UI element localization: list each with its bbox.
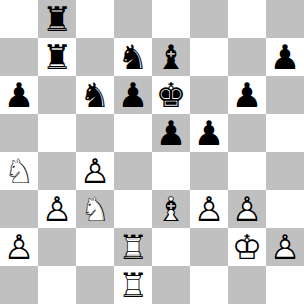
square-e1[interactable] (152, 266, 190, 304)
square-h2[interactable]: ♟♙ (266, 228, 304, 266)
square-g4[interactable] (228, 152, 266, 190)
square-h3[interactable] (266, 190, 304, 228)
square-g7[interactable] (228, 38, 266, 76)
black-knight[interactable]: ♞ (76, 76, 114, 114)
square-b8[interactable]: ♜ (38, 0, 76, 38)
white-bishop[interactable]: ♗ (152, 190, 190, 228)
square-a2[interactable]: ♟♙ (0, 228, 38, 266)
square-c4[interactable]: ♟♙ (76, 152, 114, 190)
square-d8[interactable] (114, 0, 152, 38)
black-rook[interactable]: ♜ (38, 0, 76, 38)
square-f4[interactable] (190, 152, 228, 190)
white-pawn[interactable]: ♙ (38, 190, 76, 228)
square-f2[interactable] (190, 228, 228, 266)
square-e3[interactable]: ♝♗ (152, 190, 190, 228)
square-g3[interactable]: ♟♙ (228, 190, 266, 228)
chess-board: ♜♜♞♝♟♟♞♟♚♟♟♟♞♘♟♙♟♙♞♘♝♗♟♙♟♙♟♙♜♖♚♔♟♙♜♖ (0, 0, 304, 304)
square-f7[interactable] (190, 38, 228, 76)
white-pawn[interactable]: ♙ (266, 228, 304, 266)
black-king[interactable]: ♚ (152, 76, 190, 114)
black-bishop[interactable]: ♝ (152, 38, 190, 76)
square-b6[interactable] (38, 76, 76, 114)
white-pawn[interactable]: ♙ (228, 190, 266, 228)
square-c8[interactable] (76, 0, 114, 38)
square-b4[interactable] (38, 152, 76, 190)
black-rook[interactable]: ♜ (38, 38, 76, 76)
square-c7[interactable] (76, 38, 114, 76)
square-g1[interactable] (228, 266, 266, 304)
white-pawn[interactable]: ♙ (76, 152, 114, 190)
square-c1[interactable] (76, 266, 114, 304)
square-e8[interactable] (152, 0, 190, 38)
square-a8[interactable] (0, 0, 38, 38)
square-e5[interactable]: ♟ (152, 114, 190, 152)
square-a3[interactable] (0, 190, 38, 228)
square-e4[interactable] (152, 152, 190, 190)
square-c3[interactable]: ♞♘ (76, 190, 114, 228)
square-d7[interactable]: ♞ (114, 38, 152, 76)
square-h1[interactable] (266, 266, 304, 304)
white-rook[interactable]: ♖ (114, 266, 152, 304)
white-rook[interactable]: ♖ (114, 228, 152, 266)
square-h4[interactable] (266, 152, 304, 190)
square-e7[interactable]: ♝ (152, 38, 190, 76)
square-g5[interactable] (228, 114, 266, 152)
square-a1[interactable] (0, 266, 38, 304)
square-h7[interactable]: ♟ (266, 38, 304, 76)
white-pawn[interactable]: ♙ (0, 228, 38, 266)
square-g2[interactable]: ♚♔ (228, 228, 266, 266)
square-h6[interactable] (266, 76, 304, 114)
square-d5[interactable] (114, 114, 152, 152)
black-knight[interactable]: ♞ (114, 38, 152, 76)
square-a5[interactable] (0, 114, 38, 152)
square-c6[interactable]: ♞ (76, 76, 114, 114)
square-a6[interactable]: ♟ (0, 76, 38, 114)
square-e6[interactable]: ♚ (152, 76, 190, 114)
square-d6[interactable]: ♟ (114, 76, 152, 114)
square-h5[interactable] (266, 114, 304, 152)
black-pawn[interactable]: ♟ (266, 38, 304, 76)
black-pawn[interactable]: ♟ (228, 76, 266, 114)
square-a7[interactable] (0, 38, 38, 76)
black-pawn[interactable]: ♟ (152, 114, 190, 152)
square-b1[interactable] (38, 266, 76, 304)
square-f8[interactable] (190, 0, 228, 38)
black-pawn[interactable]: ♟ (0, 76, 38, 114)
black-pawn[interactable]: ♟ (114, 76, 152, 114)
square-g6[interactable]: ♟ (228, 76, 266, 114)
square-f6[interactable] (190, 76, 228, 114)
square-d2[interactable]: ♜♖ (114, 228, 152, 266)
square-f3[interactable]: ♟♙ (190, 190, 228, 228)
white-knight[interactable]: ♘ (76, 190, 114, 228)
square-b5[interactable] (38, 114, 76, 152)
square-d1[interactable]: ♜♖ (114, 266, 152, 304)
white-pawn[interactable]: ♙ (190, 190, 228, 228)
white-knight[interactable]: ♘ (0, 152, 38, 190)
square-b2[interactable] (38, 228, 76, 266)
square-f5[interactable]: ♟ (190, 114, 228, 152)
square-a4[interactable]: ♞♘ (0, 152, 38, 190)
white-king[interactable]: ♔ (228, 228, 266, 266)
square-h8[interactable] (266, 0, 304, 38)
black-pawn[interactable]: ♟ (190, 114, 228, 152)
square-f1[interactable] (190, 266, 228, 304)
square-b3[interactable]: ♟♙ (38, 190, 76, 228)
square-c5[interactable] (76, 114, 114, 152)
square-c2[interactable] (76, 228, 114, 266)
square-d3[interactable] (114, 190, 152, 228)
square-g8[interactable] (228, 0, 266, 38)
square-d4[interactable] (114, 152, 152, 190)
square-b7[interactable]: ♜ (38, 38, 76, 76)
square-e2[interactable] (152, 228, 190, 266)
